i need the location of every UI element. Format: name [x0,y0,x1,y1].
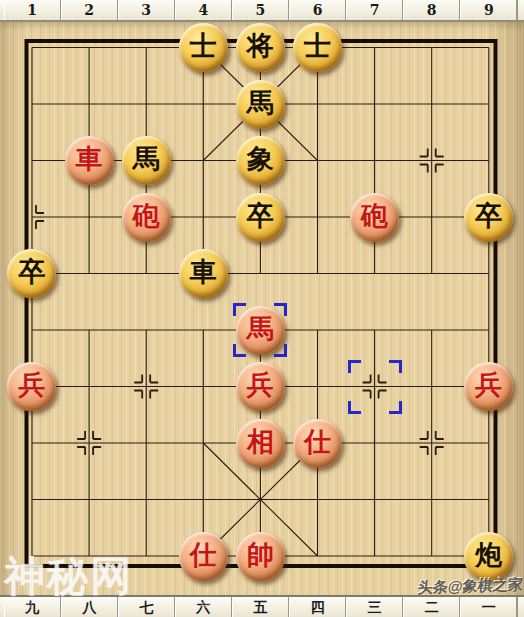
piece-black-advisor[interactable]: 士 [293,23,342,72]
piece-red-advisor[interactable]: 仕 [293,419,342,468]
piece-glyph: 士 [190,33,217,60]
piece-glyph: 馬 [247,90,274,117]
piece-glyph: 卒 [18,259,45,286]
piece-glyph: 仕 [190,542,217,569]
piece-red-cannon[interactable]: 砲 [350,193,399,242]
file-label-top-6: 6 [289,0,346,20]
piece-red-cannon[interactable]: 砲 [122,193,171,242]
piece-black-elephant[interactable]: 象 [236,136,285,185]
piece-glyph: 帥 [247,542,274,569]
piece-black-horse[interactable]: 馬 [122,136,171,185]
piece-black-general[interactable]: 将 [236,23,285,72]
file-label-top-4: 4 [175,0,232,20]
file-label-bottom-8: 二 [403,597,460,617]
piece-glyph: 車 [190,259,217,286]
file-label-top-3: 3 [118,0,175,20]
piece-glyph: 馬 [247,316,274,343]
file-label-top-5: 5 [232,0,289,20]
piece-glyph: 車 [76,146,103,173]
piece-glyph: 将 [247,33,274,60]
piece-red-general[interactable]: 帥 [236,532,285,581]
piece-red-soldier[interactable]: 兵 [7,362,56,411]
piece-black-advisor[interactable]: 士 [179,23,228,72]
piece-glyph: 士 [304,33,331,60]
piece-red-advisor[interactable]: 仕 [179,532,228,581]
piece-black-chariot[interactable]: 車 [179,249,228,298]
file-label-bottom-5: 五 [232,597,289,617]
xiangqi-board[interactable]: 士将士馬車馬象砲卒砲卒卒車馬兵兵兵相仕仕帥炮 [3,19,517,584]
file-label-top-8: 8 [403,0,460,20]
piece-red-soldier[interactable]: 兵 [464,362,513,411]
piece-glyph: 仕 [304,429,331,456]
file-label-bottom-6: 四 [289,597,346,617]
piece-glyph: 兵 [247,372,274,399]
piece-glyph: 馬 [133,146,160,173]
file-label-bottom-4: 六 [175,597,232,617]
piece-glyph: 砲 [133,203,160,230]
piece-glyph: 相 [247,429,274,456]
file-label-top-7: 7 [346,0,403,20]
piece-glyph: 炮 [475,542,502,569]
xiangqi-app: 123456789 士将士馬車馬象砲卒砲卒卒車馬兵兵兵相仕仕帥炮 神秘网 www… [0,0,524,617]
piece-glyph: 兵 [475,372,502,399]
file-labels-top: 123456789 [0,0,524,22]
piece-red-elephant[interactable]: 相 [236,419,285,468]
file-label-top-2: 2 [61,0,118,20]
piece-glyph: 砲 [361,203,388,230]
file-label-bottom-1: 九 [4,597,61,617]
file-labels-bottom: 九八七六五四三二一 [0,595,524,617]
piece-black-cannon[interactable]: 炮 [464,532,513,581]
piece-glyph: 卒 [475,203,502,230]
piece-red-soldier[interactable]: 兵 [236,362,285,411]
piece-red-horse[interactable]: 馬 [236,306,285,355]
file-label-bottom-2: 八 [61,597,118,617]
piece-black-soldier[interactable]: 卒 [7,249,56,298]
file-label-bottom-7: 三 [346,597,403,617]
piece-glyph: 卒 [247,203,274,230]
file-label-top-9: 9 [460,0,517,20]
last-move-origin-marker [348,360,402,414]
file-label-bottom-9: 一 [460,597,517,617]
piece-glyph: 兵 [18,372,45,399]
piece-black-soldier[interactable]: 卒 [236,193,285,242]
piece-black-soldier[interactable]: 卒 [464,193,513,242]
piece-black-horse[interactable]: 馬 [236,80,285,129]
file-label-bottom-3: 七 [118,597,175,617]
piece-glyph: 象 [247,146,274,173]
piece-red-chariot[interactable]: 車 [65,136,114,185]
file-label-top-1: 1 [4,0,61,20]
